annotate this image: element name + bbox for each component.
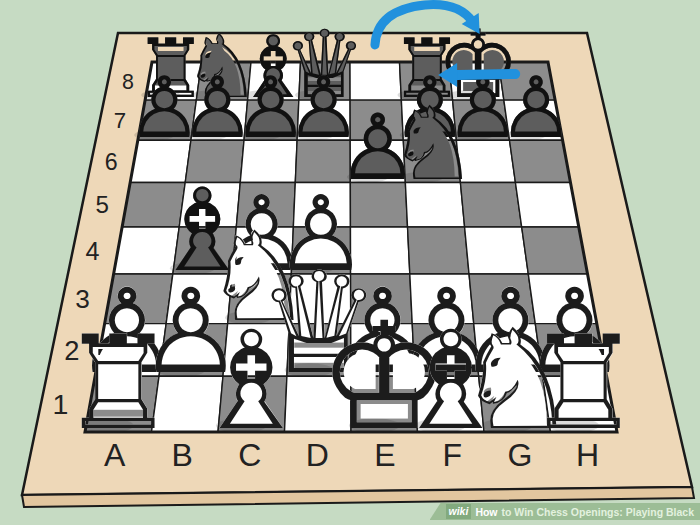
piece-outline-c1: ♗ — [190, 302, 312, 460]
chess-board-illustration: 87654321ABCDEFGH♜♖♞♘♝♗♛♕♜♖♚♔♟♙♟♙♟♙♟♙♟♙♟♙… — [0, 0, 700, 525]
rank-label-5: 5 — [95, 191, 108, 218]
rank-label-4: 4 — [86, 237, 100, 265]
rook-castle-arrow — [457, 74, 515, 75]
square-h5 — [515, 182, 578, 227]
piece-outline-a1: ♖ — [60, 308, 176, 459]
wikihow-watermark: wiki How to Win Chess Openings: Playing … — [430, 503, 700, 520]
piece-outline-f6: ♘ — [387, 84, 478, 203]
rank-label-6: 6 — [105, 149, 118, 175]
wikihow-logo: wiki — [446, 504, 472, 519]
watermark-title-rest: to Win Chess Openings: Playing Black — [502, 506, 694, 518]
watermark-title-bold: How — [475, 506, 497, 518]
rank-label-7: 7 — [114, 108, 126, 133]
piece-outline-h1: ♖ — [526, 308, 642, 459]
